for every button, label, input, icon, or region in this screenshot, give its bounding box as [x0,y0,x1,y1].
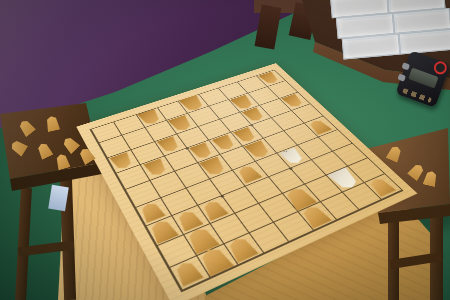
star-point [288,167,292,170]
star-point [249,124,253,126]
recorder-buttons [402,88,432,103]
frosted-box-cell [342,34,401,60]
star-point [219,194,223,197]
star-point [185,147,189,150]
komadai-left-leg [15,188,32,300]
shogi-game-photo: 香車銀将王将金将金将歩兵歩兵歩兵歩兵歩兵歩兵歩兵歩兵桂馬銀将と龍王歩兵歩兵歩兵桂… [0,0,450,300]
frosted-box-cell [399,29,450,55]
